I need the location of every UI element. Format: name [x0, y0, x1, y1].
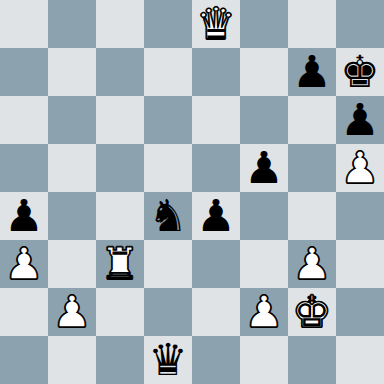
square-a1[interactable] [0, 336, 48, 384]
square-a2[interactable] [0, 288, 48, 336]
square-d6[interactable] [144, 96, 192, 144]
square-b2[interactable]: ♟ [48, 288, 96, 336]
square-b3[interactable] [48, 240, 96, 288]
black-knight-piece-d4: ♞ [144, 192, 192, 240]
square-f1[interactable] [240, 336, 288, 384]
square-g3[interactable]: ♟ [288, 240, 336, 288]
square-h5[interactable]: ♟ [336, 144, 384, 192]
square-a5[interactable] [0, 144, 48, 192]
white-pawn-piece-b2: ♟ [48, 288, 96, 336]
black-pawn-piece-a4: ♟ [0, 192, 48, 240]
square-a7[interactable] [0, 48, 48, 96]
square-a4[interactable]: ♟ [0, 192, 48, 240]
black-pawn-piece-h6: ♟ [336, 96, 384, 144]
white-king-piece-g2: ♚ [288, 288, 336, 336]
square-f3[interactable] [240, 240, 288, 288]
square-h3[interactable] [336, 240, 384, 288]
square-d5[interactable] [144, 144, 192, 192]
square-a6[interactable] [0, 96, 48, 144]
square-b7[interactable] [48, 48, 96, 96]
square-e1[interactable] [192, 336, 240, 384]
square-c8[interactable] [96, 0, 144, 48]
square-c6[interactable] [96, 96, 144, 144]
square-c3[interactable]: ♜ [96, 240, 144, 288]
square-e7[interactable] [192, 48, 240, 96]
square-e5[interactable] [192, 144, 240, 192]
square-d8[interactable] [144, 0, 192, 48]
square-a3[interactable]: ♟ [0, 240, 48, 288]
square-f5[interactable]: ♟ [240, 144, 288, 192]
white-pawn-piece-a3: ♟ [0, 240, 48, 288]
square-c2[interactable] [96, 288, 144, 336]
square-h1[interactable] [336, 336, 384, 384]
square-g7[interactable]: ♟ [288, 48, 336, 96]
chess-board: ♛♟♚♟♟♟♟♞♟♟♜♟♟♟♚♛ [0, 0, 384, 384]
square-f2[interactable]: ♟ [240, 288, 288, 336]
square-e6[interactable] [192, 96, 240, 144]
black-pawn-piece-g7: ♟ [288, 48, 336, 96]
black-pawn-piece-f5: ♟ [240, 144, 288, 192]
square-f4[interactable] [240, 192, 288, 240]
black-pawn-piece-e4: ♟ [192, 192, 240, 240]
square-c7[interactable] [96, 48, 144, 96]
square-g5[interactable] [288, 144, 336, 192]
square-a8[interactable] [0, 0, 48, 48]
square-g4[interactable] [288, 192, 336, 240]
square-e4[interactable]: ♟ [192, 192, 240, 240]
square-g1[interactable] [288, 336, 336, 384]
square-b6[interactable] [48, 96, 96, 144]
square-h2[interactable] [336, 288, 384, 336]
square-h4[interactable] [336, 192, 384, 240]
black-king-piece-h7: ♚ [336, 48, 384, 96]
square-h6[interactable]: ♟ [336, 96, 384, 144]
square-h7[interactable]: ♚ [336, 48, 384, 96]
square-b5[interactable] [48, 144, 96, 192]
white-pawn-piece-h5: ♟ [336, 144, 384, 192]
square-d2[interactable] [144, 288, 192, 336]
square-d1[interactable]: ♛ [144, 336, 192, 384]
square-d3[interactable] [144, 240, 192, 288]
white-queen-piece-e8: ♛ [192, 0, 240, 48]
square-c1[interactable] [96, 336, 144, 384]
square-e8[interactable]: ♛ [192, 0, 240, 48]
square-c5[interactable] [96, 144, 144, 192]
square-e3[interactable] [192, 240, 240, 288]
square-b8[interactable] [48, 0, 96, 48]
white-pawn-piece-g3: ♟ [288, 240, 336, 288]
square-g2[interactable]: ♚ [288, 288, 336, 336]
square-f8[interactable] [240, 0, 288, 48]
square-e2[interactable] [192, 288, 240, 336]
square-g8[interactable] [288, 0, 336, 48]
white-pawn-piece-f2: ♟ [240, 288, 288, 336]
square-f6[interactable] [240, 96, 288, 144]
square-d7[interactable] [144, 48, 192, 96]
square-f7[interactable] [240, 48, 288, 96]
square-b1[interactable] [48, 336, 96, 384]
square-d4[interactable]: ♞ [144, 192, 192, 240]
square-g6[interactable] [288, 96, 336, 144]
square-h8[interactable] [336, 0, 384, 48]
square-b4[interactable] [48, 192, 96, 240]
white-rook-piece-c3: ♜ [96, 240, 144, 288]
square-c4[interactable] [96, 192, 144, 240]
black-queen-piece-d1: ♛ [144, 336, 192, 384]
